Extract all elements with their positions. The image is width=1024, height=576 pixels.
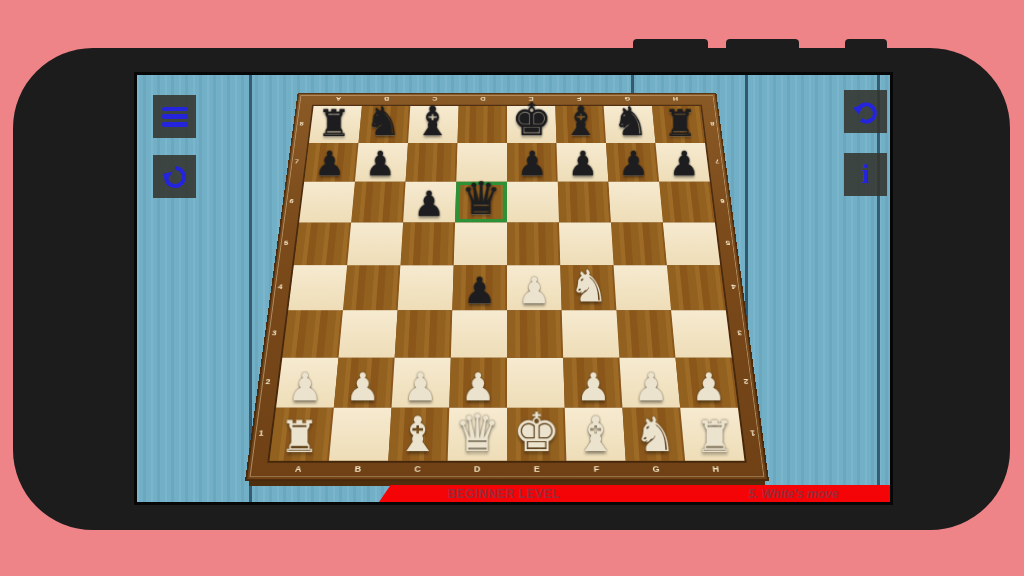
square-c6[interactable]: ♟ — [403, 182, 456, 223]
rank-label-left-7: 7 — [290, 158, 303, 164]
file-label-bottom-D: D — [470, 464, 484, 473]
phone-frame: ♜♞♝♚♝♞♜♟♟♟♟♟♟♟♛♟♟♞♟♟♟♟♟♟♟♜♝♛♚♝♞♜ AABBCCD… — [13, 48, 1010, 530]
piece-white-king-e1[interactable]: ♚ — [507, 396, 566, 459]
square-b6[interactable] — [351, 182, 405, 223]
move-indicator: 5. White's move — [748, 487, 838, 501]
square-h7[interactable]: ♟ — [655, 143, 709, 182]
square-h1[interactable]: ♜ — [680, 408, 744, 461]
piece-white-pawn-e4[interactable]: ♟ — [507, 250, 562, 308]
piece-black-queen-d6[interactable]: ♛ — [455, 166, 507, 221]
app-screen: ♜♞♝♚♝♞♜♟♟♟♟♟♟♟♛♟♟♞♟♟♟♟♟♟♟♜♝♛♚♝♞♜ AABBCCD… — [137, 75, 890, 502]
piece-black-pawn-g7[interactable]: ♟ — [608, 126, 659, 180]
rank-label-left-1: 1 — [254, 429, 269, 438]
square-f1[interactable]: ♝ — [565, 408, 626, 461]
square-g5[interactable] — [611, 222, 667, 265]
piece-black-pawn-c6[interactable]: ♟ — [403, 166, 455, 221]
file-label-top-D: D — [477, 96, 488, 102]
square-e6[interactable] — [507, 182, 559, 223]
square-a4[interactable] — [288, 265, 347, 310]
square-b1[interactable] — [329, 408, 392, 461]
rotate-icon — [161, 163, 189, 191]
undo-arrow-icon — [852, 98, 880, 126]
file-label-bottom-H: H — [708, 464, 723, 473]
piece-white-knight-g1[interactable]: ♞ — [626, 396, 685, 459]
square-g6[interactable] — [608, 182, 662, 223]
square-g4[interactable] — [614, 265, 671, 310]
square-c1[interactable]: ♝ — [388, 408, 449, 461]
undo-button[interactable] — [844, 90, 887, 133]
rank-label-left-5: 5 — [279, 239, 292, 246]
file-label-bottom-C: C — [410, 464, 424, 473]
square-h4[interactable] — [667, 265, 726, 310]
square-c4[interactable] — [398, 265, 454, 310]
piece-black-pawn-e7[interactable]: ♟ — [507, 126, 558, 180]
piece-white-rook-h1[interactable]: ♜ — [685, 396, 744, 459]
square-c5[interactable] — [400, 222, 455, 265]
rank-label-right-5: 5 — [721, 239, 734, 246]
rank-label-right-7: 7 — [711, 158, 724, 164]
piece-black-pawn-a7[interactable]: ♟ — [304, 126, 355, 180]
square-a1[interactable]: ♜ — [270, 408, 334, 461]
square-d4[interactable]: ♟ — [452, 265, 507, 310]
rank-label-right-1: 1 — [745, 429, 760, 438]
chessboard-3d: ♜♞♝♚♝♞♜♟♟♟♟♟♟♟♛♟♟♞♟♟♟♟♟♟♟♜♝♛♚♝♞♜ AABBCCD… — [245, 93, 769, 481]
rank-label-left-6: 6 — [285, 198, 298, 205]
menu-button[interactable] — [153, 95, 196, 138]
phone-top-button — [633, 39, 708, 51]
file-label-bottom-E: E — [530, 464, 544, 473]
info-button[interactable]: i — [844, 153, 887, 196]
file-label-bottom-B: B — [351, 464, 366, 473]
square-f6[interactable] — [558, 182, 611, 223]
piece-white-pawn-b2[interactable]: ♟ — [334, 345, 392, 407]
rank-label-right-3: 3 — [733, 329, 747, 337]
chessboard[interactable]: ♜♞♝♚♝♞♜♟♟♟♟♟♟♟♛♟♟♞♟♟♟♟♟♟♟♜♝♛♚♝♞♜ — [270, 106, 745, 461]
phone-power-button — [845, 39, 887, 51]
square-g1[interactable]: ♞ — [622, 408, 685, 461]
piece-black-pawn-b7[interactable]: ♟ — [355, 126, 406, 180]
rank-label-left-3: 3 — [267, 329, 281, 337]
piece-white-bishop-f1[interactable]: ♝ — [566, 396, 625, 459]
square-e4[interactable]: ♟ — [507, 265, 562, 310]
square-h5[interactable] — [663, 222, 720, 265]
file-label-bottom-F: F — [589, 464, 603, 473]
square-d6[interactable]: ♛ — [455, 182, 507, 223]
info-icon: i — [862, 159, 870, 190]
square-d1[interactable]: ♛ — [448, 408, 507, 461]
phone-top-button — [726, 39, 799, 51]
piece-white-rook-a1[interactable]: ♜ — [270, 396, 329, 459]
square-e1[interactable]: ♚ — [507, 408, 566, 461]
square-e3[interactable] — [507, 310, 563, 357]
square-c8[interactable]: ♝ — [408, 106, 459, 143]
plank-seam — [877, 75, 880, 502]
square-g7[interactable]: ♟ — [606, 143, 659, 182]
rank-label-left-2: 2 — [261, 377, 275, 385]
page-background: ♜♞♝♚♝♞♜♟♟♟♟♟♟♟♛♟♟♞♟♟♟♟♟♟♟♜♝♛♚♝♞♜ AABBCCD… — [0, 0, 1024, 576]
piece-black-pawn-f7[interactable]: ♟ — [558, 126, 609, 180]
square-e7[interactable]: ♟ — [507, 143, 558, 182]
piece-black-pawn-h7[interactable]: ♟ — [659, 126, 710, 180]
piece-black-pawn-d4[interactable]: ♟ — [452, 250, 507, 308]
rank-label-right-4: 4 — [727, 283, 741, 290]
rank-label-right-6: 6 — [716, 198, 729, 205]
level-label: BEGINNER LEVEL — [448, 487, 560, 501]
square-f4[interactable]: ♞ — [560, 265, 616, 310]
new-game-rotate-button[interactable] — [153, 155, 196, 198]
square-b7[interactable]: ♟ — [355, 143, 408, 182]
status-bar: BEGINNER LEVEL 5. White's move — [379, 485, 890, 502]
piece-white-queen-d1[interactable]: ♛ — [448, 396, 507, 459]
file-label-bottom-G: G — [649, 464, 664, 473]
piece-white-knight-f4[interactable]: ♞ — [562, 250, 617, 308]
piece-white-bishop-c1[interactable]: ♝ — [388, 396, 447, 459]
square-h6[interactable] — [659, 182, 715, 223]
file-label-bottom-A: A — [291, 464, 306, 473]
square-b5[interactable] — [347, 222, 403, 265]
square-d8[interactable] — [458, 106, 507, 143]
rank-label-left-4: 4 — [274, 283, 288, 290]
square-b2[interactable]: ♟ — [334, 358, 395, 408]
rank-label-right-2: 2 — [739, 377, 753, 385]
square-b4[interactable] — [343, 265, 400, 310]
piece-black-bishop-c8[interactable]: ♝ — [408, 89, 457, 142]
chessboard-frame: ♜♞♝♚♝♞♜♟♟♟♟♟♟♟♛♟♟♞♟♟♟♟♟♟♟♜♝♛♚♝♞♜ AABBCCD… — [245, 93, 769, 481]
square-a6[interactable] — [299, 182, 355, 223]
hamburger-icon — [162, 107, 188, 127]
square-a7[interactable]: ♟ — [304, 143, 358, 182]
square-a5[interactable] — [294, 222, 351, 265]
square-f7[interactable]: ♟ — [556, 143, 608, 182]
